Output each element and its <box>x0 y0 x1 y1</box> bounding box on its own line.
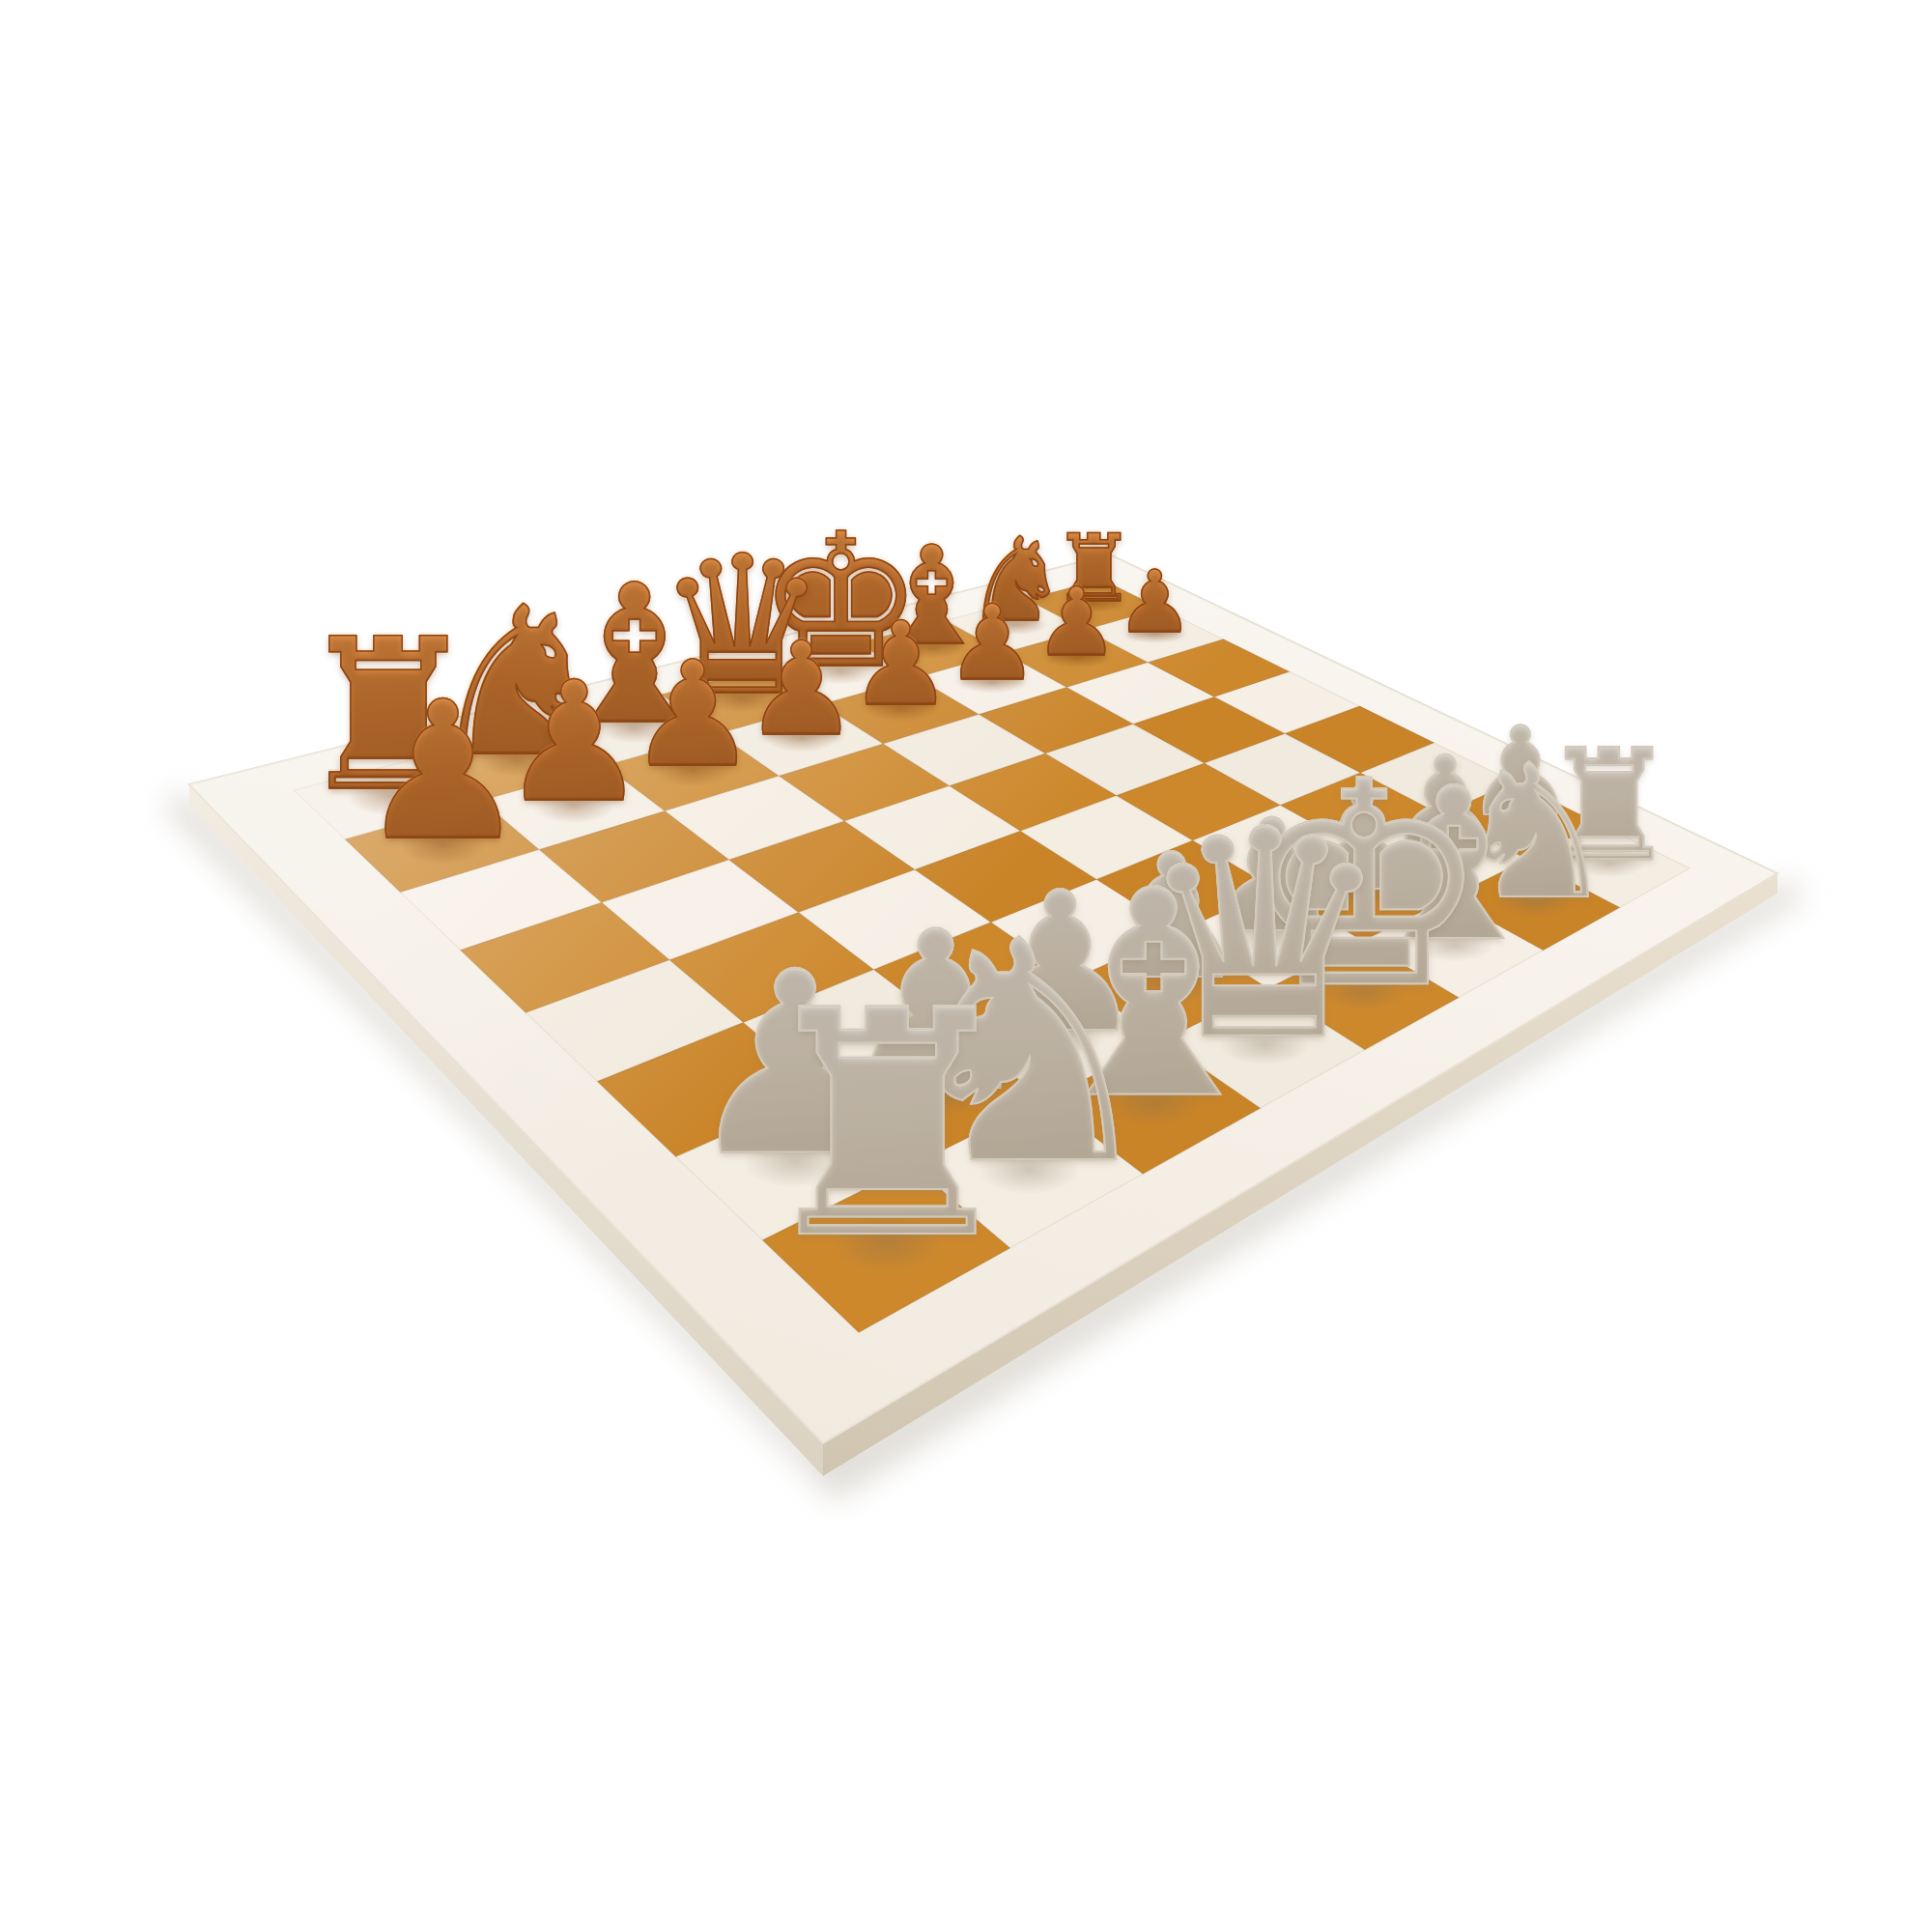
board-gloss-sheen <box>189 554 1777 1443</box>
alabaster-chess-set-photo: ♜♞♝♛♚♝♞♜♟♟♟♟♟♟♟♟♟♟♟♟♟♟♟♟♜♞♝♛♚♝♞♜ <box>0 0 1932 1932</box>
chess-board <box>0 0 1932 1932</box>
